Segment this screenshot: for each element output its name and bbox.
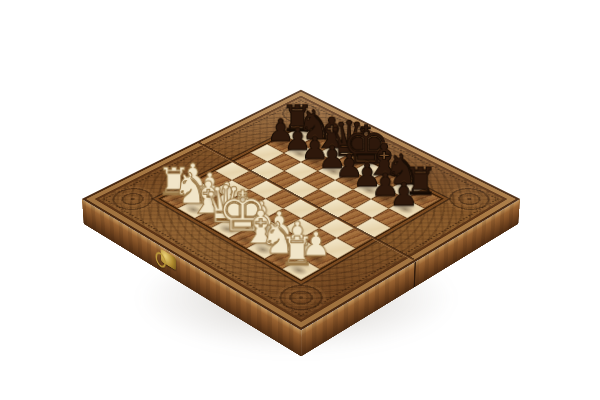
photo-stage: ♜♞♝♛♚♝♞♜♟♟♟♟♟♟♟♟♟♟♟♟♟♟♟♟♜♞♝♛♚♝♞♜ xyxy=(0,0,600,400)
scene: ♜♞♝♛♚♝♞♜♟♟♟♟♟♟♟♟♟♟♟♟♟♟♟♟♜♞♝♛♚♝♞♜ xyxy=(0,0,600,400)
white-rook: ♜ xyxy=(264,231,332,271)
box-side-seam xyxy=(414,262,416,288)
black-pawn: ♟ xyxy=(371,178,436,210)
chess-box: ♜♞♝♛♚♝♞♜♟♟♟♟♟♟♟♟♟♟♟♟♟♟♟♟♜♞♝♛♚♝♞♜ xyxy=(82,90,520,331)
brass-latch xyxy=(160,249,176,271)
